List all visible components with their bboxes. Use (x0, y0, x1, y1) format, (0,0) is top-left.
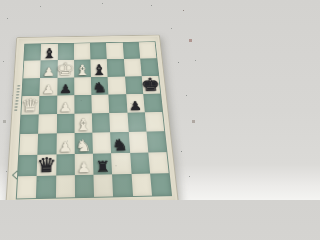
piece-black-pawn-g5[interactable]: ♟ (128, 100, 142, 113)
square-a8[interactable] (24, 44, 41, 61)
square-h7[interactable] (140, 58, 158, 75)
piece-white-queen-a5[interactable]: ♛ (21, 97, 41, 115)
square-b6[interactable]: ♟ (40, 77, 58, 95)
square-e1[interactable] (93, 174, 113, 197)
square-c2[interactable] (56, 154, 75, 176)
board-dust-speckles (17, 38, 18, 39)
piece-white-bishop-d7[interactable]: ♝ (74, 63, 90, 77)
square-e7[interactable]: ♝ (90, 59, 107, 76)
square-f2[interactable] (111, 152, 131, 174)
square-e2[interactable]: ♜ (93, 153, 112, 175)
square-h3[interactable] (146, 131, 166, 152)
square-d8[interactable] (74, 43, 91, 60)
piece-black-rook-e2[interactable]: ♜ (95, 159, 110, 174)
piece-black-king-h6[interactable]: ♚ (140, 76, 161, 94)
piece-black-bishop-e7[interactable]: ♝ (91, 62, 107, 76)
square-f7[interactable] (107, 59, 125, 76)
square-e8[interactable] (90, 43, 107, 60)
square-c4[interactable] (56, 114, 74, 134)
square-a3[interactable] (19, 134, 38, 155)
square-f1[interactable] (112, 174, 132, 197)
square-e4[interactable] (92, 113, 110, 133)
square-a2[interactable] (18, 154, 38, 176)
square-f8[interactable] (106, 43, 123, 60)
square-f5[interactable] (109, 94, 127, 113)
piece-black-pawn-c6[interactable]: ♟ (59, 83, 72, 95)
piece-white-bishop-d4[interactable]: ♝ (75, 117, 92, 133)
piece-white-knight-d3[interactable]: ♞ (75, 137, 91, 153)
square-h2[interactable] (148, 152, 169, 174)
piece-black-knight-f3[interactable]: ♞ (112, 136, 129, 152)
square-a5[interactable]: ♛ (21, 96, 39, 115)
square-g7[interactable] (123, 59, 141, 76)
square-g3[interactable] (128, 132, 148, 153)
square-f6[interactable] (108, 76, 126, 94)
square-c3[interactable]: ♟ (56, 133, 74, 154)
board-play-area: ♝♟♚♝♝♟♟♞♚♛♟♟♝♟♞♞♛♟♜ (16, 41, 172, 199)
square-g5[interactable]: ♟ (126, 94, 145, 113)
square-c1[interactable] (55, 175, 74, 198)
square-e5[interactable] (91, 94, 109, 113)
piece-white-pawn-d2[interactable]: ♟ (77, 160, 91, 174)
piece-white-pawn-c5[interactable]: ♟ (59, 101, 72, 114)
square-d1[interactable] (75, 175, 94, 198)
square-b2[interactable]: ♛ (37, 154, 56, 176)
square-a1[interactable] (17, 176, 37, 199)
piece-black-queen-b2[interactable]: ♛ (36, 155, 56, 176)
square-a7[interactable] (23, 61, 41, 79)
board-brand-text (14, 85, 20, 111)
square-c7[interactable]: ♚ (57, 60, 74, 77)
square-g4[interactable] (127, 112, 146, 132)
square-h1[interactable] (150, 173, 171, 196)
square-d4[interactable]: ♝ (74, 113, 92, 133)
chess-board-wrap: ♝♟♚♝♝♟♟♞♚♛♟♟♝♟♞♞♛♟♜ (5, 35, 179, 200)
square-a4[interactable] (20, 114, 39, 134)
piece-white-king-c7[interactable]: ♚ (56, 60, 75, 77)
square-c6[interactable]: ♟ (57, 77, 74, 95)
table-dust-speckles (0, 0, 1, 1)
square-d6[interactable] (74, 77, 91, 95)
piece-white-pawn-b6[interactable]: ♟ (42, 83, 55, 95)
piece-white-pawn-b7[interactable]: ♟ (42, 66, 55, 78)
square-h8[interactable] (139, 42, 157, 59)
square-e6[interactable]: ♞ (91, 76, 109, 94)
square-b1[interactable] (36, 175, 56, 198)
square-b4[interactable] (38, 114, 56, 134)
square-g1[interactable] (131, 173, 152, 196)
piece-black-knight-e6[interactable]: ♞ (92, 80, 108, 94)
square-b3[interactable] (38, 134, 57, 155)
square-g8[interactable] (122, 42, 140, 59)
square-g2[interactable] (130, 152, 150, 174)
square-b5[interactable] (39, 95, 57, 114)
square-d2[interactable]: ♟ (74, 153, 93, 175)
square-e3[interactable] (92, 132, 111, 153)
piece-black-bishop-b8[interactable]: ♝ (41, 47, 57, 61)
piece-white-pawn-c3[interactable]: ♟ (58, 140, 72, 154)
square-b8[interactable]: ♝ (41, 44, 58, 61)
square-d3[interactable]: ♞ (74, 133, 93, 154)
square-a6[interactable] (22, 78, 40, 96)
square-c8[interactable] (57, 43, 74, 60)
square-h4[interactable] (145, 112, 165, 132)
square-c5[interactable]: ♟ (57, 95, 75, 114)
square-f3[interactable]: ♞ (110, 132, 129, 153)
square-h5[interactable] (143, 93, 162, 112)
square-b7[interactable]: ♟ (40, 60, 57, 77)
square-d7[interactable]: ♝ (74, 60, 91, 77)
square-h6[interactable]: ♚ (141, 76, 160, 94)
square-d5[interactable] (74, 95, 92, 114)
square-f4[interactable] (109, 113, 128, 133)
chess-board: ♝♟♚♝♝♟♟♞♚♛♟♟♝♟♞♞♛♟♜ (5, 35, 179, 200)
